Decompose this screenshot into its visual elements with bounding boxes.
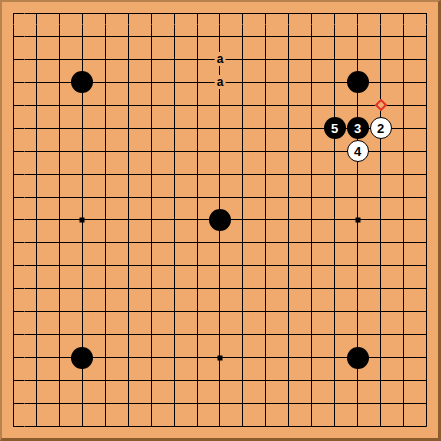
intersection[interactable] xyxy=(71,117,94,140)
intersection[interactable] xyxy=(94,254,117,277)
intersection[interactable] xyxy=(163,117,186,140)
intersection[interactable] xyxy=(254,415,277,438)
intersection[interactable] xyxy=(209,300,232,323)
intersection[interactable] xyxy=(277,323,300,346)
intersection[interactable] xyxy=(48,231,71,254)
intersection[interactable] xyxy=(209,209,232,232)
intersection[interactable] xyxy=(323,231,346,254)
intersection[interactable] xyxy=(369,254,392,277)
intersection[interactable] xyxy=(186,392,209,415)
intersection[interactable] xyxy=(369,231,392,254)
intersection[interactable] xyxy=(48,300,71,323)
intersection[interactable] xyxy=(323,2,346,25)
intersection[interactable] xyxy=(415,231,438,254)
intersection[interactable] xyxy=(117,186,140,209)
intersection[interactable] xyxy=(415,25,438,48)
intersection[interactable] xyxy=(254,346,277,369)
intersection[interactable] xyxy=(392,209,415,232)
intersection[interactable] xyxy=(323,209,346,232)
intersection[interactable] xyxy=(71,71,94,94)
intersection[interactable] xyxy=(140,140,163,163)
intersection[interactable] xyxy=(71,48,94,71)
black-stone[interactable] xyxy=(209,209,231,231)
intersection[interactable] xyxy=(346,2,369,25)
intersection[interactable] xyxy=(369,277,392,300)
intersection[interactable] xyxy=(2,117,25,140)
intersection[interactable] xyxy=(94,209,117,232)
intersection[interactable] xyxy=(392,117,415,140)
intersection[interactable] xyxy=(277,71,300,94)
intersection[interactable] xyxy=(117,2,140,25)
intersection[interactable] xyxy=(369,94,392,117)
intersection[interactable] xyxy=(415,392,438,415)
intersection[interactable] xyxy=(186,140,209,163)
intersection[interactable] xyxy=(186,163,209,186)
intersection[interactable] xyxy=(117,209,140,232)
intersection[interactable] xyxy=(71,369,94,392)
intersection[interactable] xyxy=(48,369,71,392)
intersection[interactable] xyxy=(369,300,392,323)
intersection[interactable] xyxy=(369,209,392,232)
intersection[interactable] xyxy=(392,323,415,346)
intersection[interactable] xyxy=(2,25,25,48)
intersection[interactable] xyxy=(71,163,94,186)
intersection[interactable] xyxy=(415,140,438,163)
intersection[interactable] xyxy=(48,48,71,71)
intersection[interactable] xyxy=(415,346,438,369)
intersection[interactable] xyxy=(415,300,438,323)
intersection[interactable] xyxy=(209,25,232,48)
intersection[interactable] xyxy=(71,2,94,25)
intersection[interactable] xyxy=(300,254,323,277)
intersection[interactable] xyxy=(2,346,25,369)
intersection[interactable] xyxy=(94,415,117,438)
intersection[interactable] xyxy=(117,254,140,277)
intersection[interactable] xyxy=(277,300,300,323)
intersection[interactable] xyxy=(94,117,117,140)
intersection[interactable] xyxy=(209,346,232,369)
intersection[interactable] xyxy=(277,346,300,369)
intersection[interactable] xyxy=(392,48,415,71)
intersection[interactable] xyxy=(392,277,415,300)
intersection[interactable] xyxy=(277,117,300,140)
intersection[interactable] xyxy=(392,25,415,48)
intersection[interactable] xyxy=(300,186,323,209)
intersection[interactable] xyxy=(209,163,232,186)
intersection[interactable] xyxy=(346,186,369,209)
intersection[interactable] xyxy=(209,140,232,163)
intersection[interactable] xyxy=(2,254,25,277)
intersection[interactable] xyxy=(369,392,392,415)
intersection[interactable] xyxy=(94,25,117,48)
intersection[interactable] xyxy=(254,25,277,48)
intersection[interactable] xyxy=(300,323,323,346)
intersection[interactable]: 4 xyxy=(346,140,369,163)
intersection[interactable] xyxy=(392,369,415,392)
intersection[interactable] xyxy=(300,369,323,392)
intersection[interactable] xyxy=(346,323,369,346)
intersection[interactable] xyxy=(163,163,186,186)
intersection[interactable] xyxy=(392,346,415,369)
intersection[interactable] xyxy=(323,277,346,300)
intersection[interactable] xyxy=(209,392,232,415)
intersection[interactable] xyxy=(254,48,277,71)
intersection[interactable] xyxy=(94,71,117,94)
intersection[interactable] xyxy=(163,2,186,25)
intersection[interactable] xyxy=(71,254,94,277)
intersection[interactable] xyxy=(2,415,25,438)
white-stone-4[interactable]: 4 xyxy=(347,140,369,162)
intersection[interactable] xyxy=(346,209,369,232)
intersection[interactable] xyxy=(231,186,254,209)
intersection[interactable] xyxy=(25,140,48,163)
intersection[interactable]: a xyxy=(209,48,232,71)
intersection[interactable] xyxy=(25,163,48,186)
intersection[interactable] xyxy=(277,48,300,71)
intersection[interactable] xyxy=(117,25,140,48)
black-stone[interactable] xyxy=(71,71,93,93)
intersection[interactable] xyxy=(163,186,186,209)
intersection[interactable] xyxy=(71,209,94,232)
intersection[interactable] xyxy=(71,300,94,323)
intersection[interactable] xyxy=(415,94,438,117)
intersection[interactable] xyxy=(140,48,163,71)
intersection[interactable] xyxy=(300,71,323,94)
intersection[interactable] xyxy=(140,254,163,277)
intersection[interactable] xyxy=(48,277,71,300)
intersection[interactable] xyxy=(2,94,25,117)
intersection[interactable] xyxy=(369,140,392,163)
intersection[interactable] xyxy=(2,140,25,163)
intersection[interactable] xyxy=(25,346,48,369)
intersection[interactable] xyxy=(277,392,300,415)
intersection[interactable] xyxy=(25,415,48,438)
intersection[interactable] xyxy=(117,231,140,254)
intersection[interactable] xyxy=(48,71,71,94)
intersection[interactable] xyxy=(231,300,254,323)
intersection[interactable] xyxy=(94,140,117,163)
intersection[interactable] xyxy=(186,300,209,323)
intersection[interactable] xyxy=(323,323,346,346)
intersection[interactable] xyxy=(277,277,300,300)
intersection[interactable] xyxy=(186,71,209,94)
intersection[interactable]: 3 xyxy=(346,117,369,140)
intersection[interactable] xyxy=(254,209,277,232)
intersection[interactable] xyxy=(140,163,163,186)
black-stone[interactable] xyxy=(347,71,369,93)
intersection[interactable] xyxy=(94,300,117,323)
intersection[interactable] xyxy=(277,231,300,254)
intersection[interactable] xyxy=(300,117,323,140)
intersection[interactable] xyxy=(231,140,254,163)
intersection[interactable] xyxy=(71,323,94,346)
intersection[interactable] xyxy=(48,94,71,117)
intersection[interactable] xyxy=(369,369,392,392)
intersection[interactable] xyxy=(2,231,25,254)
intersection[interactable] xyxy=(392,392,415,415)
intersection[interactable] xyxy=(117,163,140,186)
intersection[interactable] xyxy=(2,392,25,415)
intersection[interactable] xyxy=(323,48,346,71)
intersection[interactable] xyxy=(48,25,71,48)
intersection[interactable] xyxy=(392,254,415,277)
intersection[interactable] xyxy=(277,369,300,392)
intersection[interactable] xyxy=(300,25,323,48)
intersection[interactable] xyxy=(254,186,277,209)
intersection[interactable] xyxy=(71,415,94,438)
intersection[interactable] xyxy=(231,277,254,300)
intersection[interactable] xyxy=(415,71,438,94)
intersection[interactable] xyxy=(277,254,300,277)
intersection[interactable] xyxy=(94,2,117,25)
intersection[interactable] xyxy=(415,117,438,140)
intersection[interactable] xyxy=(140,392,163,415)
intersection[interactable] xyxy=(231,323,254,346)
intersection[interactable] xyxy=(2,71,25,94)
intersection[interactable] xyxy=(346,346,369,369)
intersection[interactable] xyxy=(163,415,186,438)
intersection[interactable] xyxy=(300,94,323,117)
intersection[interactable] xyxy=(346,369,369,392)
intersection[interactable] xyxy=(25,254,48,277)
intersection[interactable] xyxy=(300,209,323,232)
intersection[interactable] xyxy=(140,369,163,392)
intersection[interactable] xyxy=(94,369,117,392)
intersection[interactable] xyxy=(48,163,71,186)
intersection[interactable] xyxy=(94,48,117,71)
intersection[interactable]: 2 xyxy=(369,117,392,140)
intersection[interactable] xyxy=(163,25,186,48)
intersection[interactable] xyxy=(140,300,163,323)
intersection[interactable] xyxy=(163,392,186,415)
intersection[interactable] xyxy=(117,94,140,117)
intersection[interactable] xyxy=(25,25,48,48)
intersection[interactable] xyxy=(2,323,25,346)
intersection[interactable] xyxy=(163,300,186,323)
intersection[interactable] xyxy=(94,163,117,186)
intersection[interactable] xyxy=(94,392,117,415)
white-stone-2[interactable]: 2 xyxy=(370,117,392,139)
intersection[interactable] xyxy=(71,346,94,369)
intersection[interactable] xyxy=(254,117,277,140)
intersection[interactable] xyxy=(140,25,163,48)
intersection[interactable] xyxy=(231,415,254,438)
intersection[interactable] xyxy=(25,94,48,117)
intersection[interactable] xyxy=(163,71,186,94)
intersection[interactable] xyxy=(231,369,254,392)
intersection[interactable] xyxy=(48,415,71,438)
intersection[interactable] xyxy=(392,186,415,209)
intersection[interactable] xyxy=(369,71,392,94)
intersection[interactable] xyxy=(231,346,254,369)
intersection[interactable] xyxy=(186,415,209,438)
intersection[interactable] xyxy=(2,186,25,209)
intersection[interactable] xyxy=(163,140,186,163)
intersection[interactable] xyxy=(163,231,186,254)
intersection[interactable] xyxy=(415,415,438,438)
intersection[interactable] xyxy=(48,323,71,346)
intersection[interactable] xyxy=(415,186,438,209)
intersection[interactable] xyxy=(163,209,186,232)
intersection[interactable] xyxy=(392,2,415,25)
intersection[interactable] xyxy=(117,392,140,415)
intersection[interactable] xyxy=(346,300,369,323)
intersection[interactable] xyxy=(186,369,209,392)
intersection[interactable] xyxy=(231,209,254,232)
intersection[interactable] xyxy=(323,163,346,186)
intersection[interactable] xyxy=(415,163,438,186)
intersection[interactable] xyxy=(186,186,209,209)
intersection[interactable] xyxy=(323,300,346,323)
intersection[interactable] xyxy=(71,94,94,117)
intersection[interactable] xyxy=(323,346,346,369)
intersection[interactable] xyxy=(25,277,48,300)
intersection[interactable] xyxy=(25,300,48,323)
intersection[interactable] xyxy=(48,140,71,163)
intersection[interactable] xyxy=(186,25,209,48)
intersection[interactable] xyxy=(277,186,300,209)
intersection[interactable] xyxy=(323,25,346,48)
intersection[interactable] xyxy=(163,48,186,71)
intersection[interactable] xyxy=(25,369,48,392)
point-label-a[interactable]: a xyxy=(215,75,226,89)
intersection[interactable] xyxy=(346,48,369,71)
intersection[interactable] xyxy=(415,209,438,232)
intersection[interactable] xyxy=(209,323,232,346)
intersection[interactable] xyxy=(163,369,186,392)
intersection[interactable] xyxy=(323,392,346,415)
intersection[interactable] xyxy=(2,48,25,71)
intersection[interactable] xyxy=(392,94,415,117)
intersection[interactable] xyxy=(117,71,140,94)
intersection[interactable] xyxy=(117,140,140,163)
intersection[interactable] xyxy=(117,346,140,369)
intersection[interactable] xyxy=(300,140,323,163)
intersection[interactable] xyxy=(140,186,163,209)
intersection[interactable] xyxy=(277,415,300,438)
intersection[interactable] xyxy=(71,392,94,415)
intersection[interactable] xyxy=(186,48,209,71)
intersection[interactable] xyxy=(186,277,209,300)
intersection[interactable] xyxy=(209,2,232,25)
intersection[interactable] xyxy=(140,415,163,438)
intersection[interactable] xyxy=(140,209,163,232)
intersection[interactable] xyxy=(323,186,346,209)
intersection[interactable] xyxy=(300,231,323,254)
intersection[interactable] xyxy=(71,231,94,254)
intersection[interactable] xyxy=(254,369,277,392)
intersection[interactable] xyxy=(186,209,209,232)
intersection[interactable] xyxy=(231,392,254,415)
intersection[interactable] xyxy=(231,48,254,71)
intersection[interactable] xyxy=(277,2,300,25)
intersection[interactable] xyxy=(2,163,25,186)
intersection[interactable] xyxy=(25,392,48,415)
intersection[interactable] xyxy=(277,163,300,186)
intersection[interactable] xyxy=(2,369,25,392)
intersection[interactable] xyxy=(369,48,392,71)
intersection[interactable] xyxy=(323,140,346,163)
intersection[interactable] xyxy=(117,300,140,323)
intersection[interactable] xyxy=(323,71,346,94)
intersection[interactable] xyxy=(117,415,140,438)
intersection[interactable] xyxy=(323,415,346,438)
intersection[interactable] xyxy=(300,48,323,71)
intersection[interactable] xyxy=(140,94,163,117)
intersection[interactable] xyxy=(140,2,163,25)
point-label-a[interactable]: a xyxy=(215,52,226,66)
intersection[interactable] xyxy=(369,323,392,346)
intersection[interactable] xyxy=(117,117,140,140)
intersection[interactable] xyxy=(163,323,186,346)
intersection[interactable] xyxy=(254,392,277,415)
intersection[interactable] xyxy=(231,71,254,94)
intersection[interactable] xyxy=(277,209,300,232)
intersection[interactable] xyxy=(209,231,232,254)
intersection[interactable] xyxy=(346,392,369,415)
intersection[interactable] xyxy=(254,94,277,117)
intersection[interactable] xyxy=(209,369,232,392)
black-stone-3[interactable]: 3 xyxy=(347,117,369,139)
intersection[interactable] xyxy=(25,71,48,94)
intersection[interactable] xyxy=(25,209,48,232)
intersection[interactable] xyxy=(300,415,323,438)
intersection[interactable] xyxy=(392,163,415,186)
intersection[interactable] xyxy=(94,323,117,346)
intersection[interactable] xyxy=(140,71,163,94)
intersection[interactable] xyxy=(231,163,254,186)
intersection[interactable] xyxy=(300,300,323,323)
intersection[interactable] xyxy=(140,277,163,300)
intersection[interactable] xyxy=(163,346,186,369)
intersection[interactable] xyxy=(140,323,163,346)
intersection[interactable] xyxy=(415,2,438,25)
intersection[interactable] xyxy=(392,231,415,254)
intersection[interactable] xyxy=(346,254,369,277)
intersection[interactable] xyxy=(209,94,232,117)
intersection[interactable] xyxy=(94,277,117,300)
intersection[interactable] xyxy=(415,369,438,392)
intersection[interactable] xyxy=(392,415,415,438)
intersection[interactable] xyxy=(254,231,277,254)
intersection[interactable] xyxy=(2,277,25,300)
intersection[interactable] xyxy=(2,2,25,25)
intersection[interactable] xyxy=(25,48,48,71)
intersection[interactable] xyxy=(346,71,369,94)
intersection[interactable] xyxy=(277,94,300,117)
intersection[interactable] xyxy=(186,346,209,369)
intersection[interactable] xyxy=(346,277,369,300)
intersection[interactable] xyxy=(48,2,71,25)
intersection[interactable] xyxy=(25,117,48,140)
intersection[interactable] xyxy=(323,94,346,117)
intersection[interactable] xyxy=(94,231,117,254)
intersection[interactable] xyxy=(71,140,94,163)
intersection[interactable] xyxy=(186,94,209,117)
black-stone[interactable] xyxy=(347,347,369,369)
intersection[interactable] xyxy=(392,300,415,323)
intersection[interactable] xyxy=(25,231,48,254)
intersection[interactable] xyxy=(254,254,277,277)
intersection[interactable] xyxy=(369,346,392,369)
intersection[interactable] xyxy=(140,231,163,254)
intersection[interactable] xyxy=(231,254,254,277)
intersection[interactable] xyxy=(25,323,48,346)
intersection[interactable] xyxy=(117,48,140,71)
intersection[interactable] xyxy=(209,186,232,209)
intersection[interactable] xyxy=(415,48,438,71)
intersection[interactable] xyxy=(48,392,71,415)
